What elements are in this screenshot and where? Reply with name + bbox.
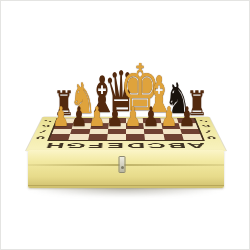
chess-piece-pawn-dark: ♟ — [179, 103, 196, 130]
chess-piece-pawn-dark: ♟ — [107, 103, 124, 130]
chess-piece-pawn-dark: ♟ — [71, 103, 88, 130]
chess-piece-pawn-light: ♟ — [53, 103, 70, 130]
chess-piece-pawn-light: ♟ — [161, 103, 178, 130]
product-photo: 5678 5678 HGFEDCBA ♜♞♝♛♚♝♞♜♟♟♟♟♟♟♟♟ — [0, 0, 250, 250]
chess-box-scene: 5678 5678 HGFEDCBA ♜♞♝♛♚♝♞♜♟♟♟♟♟♟♟♟ — [1, 1, 249, 249]
chess-piece-pawn-dark: ♟ — [143, 103, 160, 130]
pieces-layer: ♜♞♝♛♚♝♞♜♟♟♟♟♟♟♟♟ — [1, 1, 249, 249]
chess-piece-pawn-light: ♟ — [125, 103, 142, 130]
chess-piece-pawn-light: ♟ — [89, 103, 106, 130]
